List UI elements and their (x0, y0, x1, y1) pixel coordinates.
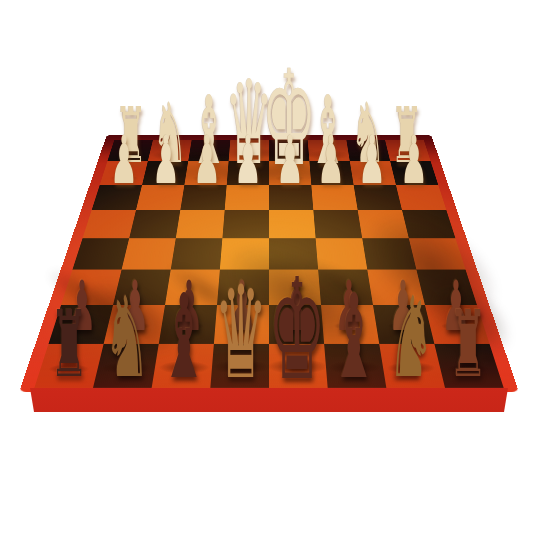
piece-white-pawn-g7[interactable]: ♟ (349, 128, 396, 180)
piece-white-pawn-c7[interactable]: ♟ (184, 128, 231, 180)
piece-white-pawn-e7[interactable]: ♟ (267, 128, 314, 180)
chessboard-photo: ♜♞♝♛♚♝♞♜♟♟♟♟♟♟♟♟♟♟♟♟♟♟♟♟♜♞♝♛♚♝♞♜ (0, 0, 533, 533)
piece-black-rook-h1[interactable]: ♜ (436, 300, 501, 372)
piece-white-pawn-d7[interactable]: ♟ (225, 128, 272, 180)
piece-white-pawn-h7[interactable]: ♟ (391, 128, 438, 180)
piece-white-pawn-f7[interactable]: ♟ (308, 128, 355, 180)
white-pawn-glyph: ♟ (317, 127, 345, 194)
white-pawn-glyph: ♟ (276, 127, 304, 194)
piece-white-pawn-a7[interactable]: ♟ (101, 128, 148, 180)
black-rook-glyph: ♜ (50, 298, 89, 390)
white-pawn-glyph: ♟ (358, 127, 386, 194)
white-pawn-glyph: ♟ (193, 127, 221, 194)
white-pawn-glyph: ♟ (110, 127, 138, 194)
white-pawn-glyph: ♟ (234, 127, 262, 194)
white-pawn-glyph: ♟ (152, 127, 180, 194)
white-pawn-glyph: ♟ (400, 127, 428, 194)
piece-white-pawn-b7[interactable]: ♟ (143, 128, 190, 180)
black-rook-glyph: ♜ (449, 298, 488, 390)
pieces-layer: ♜♞♝♛♚♝♞♜♟♟♟♟♟♟♟♟♟♟♟♟♟♟♟♟♜♞♝♛♚♝♞♜ (0, 0, 533, 533)
black-knight-glyph: ♞ (388, 283, 435, 394)
